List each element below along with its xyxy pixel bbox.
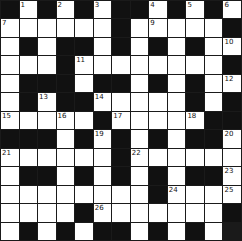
clue-number: 3 <box>95 1 99 9</box>
white-cell[interactable]: 21 <box>1 149 19 166</box>
clue-number: 8 <box>113 19 117 27</box>
white-cell[interactable]: 26 <box>94 204 112 221</box>
white-cell[interactable] <box>186 56 204 73</box>
white-cell[interactable] <box>186 186 204 203</box>
white-cell[interactable]: 24 <box>168 186 186 203</box>
white-cell[interactable] <box>149 112 167 129</box>
white-cell[interactable]: 19 <box>94 130 112 147</box>
white-cell[interactable] <box>186 19 204 36</box>
black-cell <box>38 75 56 92</box>
white-cell[interactable] <box>205 38 223 55</box>
white-cell[interactable] <box>131 223 149 240</box>
white-cell[interactable] <box>149 149 167 166</box>
clue-number: 25 <box>224 186 233 194</box>
black-cell <box>186 130 204 147</box>
white-cell[interactable] <box>75 223 93 240</box>
white-cell[interactable]: 15 <box>1 112 19 129</box>
white-cell[interactable]: 17 <box>112 112 130 129</box>
black-cell <box>186 93 204 110</box>
black-cell <box>57 75 75 92</box>
clue-number: 9 <box>150 19 154 27</box>
black-cell <box>94 112 112 129</box>
black-cell <box>38 130 56 147</box>
white-cell[interactable]: 2 <box>57 1 75 18</box>
clue-number: 16 <box>58 112 67 120</box>
white-cell[interactable] <box>20 149 38 166</box>
black-cell <box>223 19 241 36</box>
black-cell <box>57 56 75 73</box>
white-cell[interactable] <box>57 19 75 36</box>
black-cell <box>20 130 38 147</box>
black-cell <box>75 204 93 221</box>
white-cell[interactable] <box>94 149 112 166</box>
black-cell <box>205 167 223 184</box>
white-cell[interactable] <box>168 112 186 129</box>
white-cell[interactable] <box>75 186 93 203</box>
black-cell <box>205 1 223 18</box>
black-cell <box>205 130 223 147</box>
black-cell <box>38 167 56 184</box>
white-cell[interactable]: 7 <box>1 19 19 36</box>
black-cell <box>1 1 19 18</box>
white-cell[interactable] <box>131 38 149 55</box>
white-cell[interactable] <box>168 130 186 147</box>
white-cell[interactable] <box>205 149 223 166</box>
black-cell <box>20 38 38 55</box>
white-cell[interactable] <box>20 112 38 129</box>
black-cell <box>149 186 167 203</box>
black-cell <box>149 223 167 240</box>
white-cell[interactable] <box>94 56 112 73</box>
black-cell <box>57 93 75 110</box>
white-cell[interactable]: 25 <box>223 186 241 203</box>
black-cell <box>75 167 93 184</box>
white-cell[interactable] <box>94 186 112 203</box>
black-cell <box>149 75 167 92</box>
white-cell[interactable] <box>1 204 19 221</box>
white-cell[interactable] <box>149 56 167 73</box>
black-cell <box>205 112 223 129</box>
black-cell: 8 <box>112 19 130 36</box>
white-cell[interactable] <box>1 186 19 203</box>
white-cell[interactable] <box>38 112 56 129</box>
clue-number: 24 <box>169 186 178 194</box>
white-cell[interactable] <box>38 38 56 55</box>
white-cell[interactable] <box>186 149 204 166</box>
white-cell[interactable] <box>168 149 186 166</box>
black-cell <box>223 93 241 110</box>
white-cell[interactable] <box>168 75 186 92</box>
black-cell <box>75 1 93 18</box>
clue-number: 10 <box>224 38 233 46</box>
black-cell <box>112 75 130 92</box>
white-cell[interactable] <box>20 19 38 36</box>
clue-number: 13 <box>39 93 48 101</box>
black-cell <box>186 38 204 55</box>
clue-number: 4 <box>150 1 154 9</box>
white-cell[interactable] <box>20 56 38 73</box>
black-cell <box>75 130 93 147</box>
white-cell[interactable]: 22 <box>131 149 149 166</box>
white-cell[interactable] <box>38 19 56 36</box>
white-cell[interactable] <box>20 204 38 221</box>
white-cell[interactable]: 5 <box>186 1 204 18</box>
white-cell[interactable] <box>75 19 93 36</box>
clue-number: 18 <box>187 112 196 120</box>
white-cell[interactable]: 20 <box>223 130 241 147</box>
clue-number: 15 <box>2 112 11 120</box>
black-cell <box>186 75 204 92</box>
black-cell <box>186 223 204 240</box>
white-cell[interactable] <box>1 93 19 110</box>
white-cell[interactable]: 23 <box>223 167 241 184</box>
clue-number: 14 <box>95 93 104 101</box>
clue-number: 12 <box>224 75 233 83</box>
white-cell[interactable] <box>57 167 75 184</box>
crossword-board: 1234567891011121314151617181920212223242… <box>0 0 242 241</box>
white-cell[interactable] <box>131 75 149 92</box>
white-cell[interactable] <box>205 75 223 92</box>
white-cell[interactable] <box>112 56 130 73</box>
white-cell[interactable] <box>149 93 167 110</box>
black-cell <box>149 167 167 184</box>
black-cell <box>75 93 93 110</box>
white-cell[interactable] <box>168 38 186 55</box>
white-cell[interactable] <box>38 186 56 203</box>
white-cell[interactable] <box>131 186 149 203</box>
clue-number: 19 <box>95 130 104 138</box>
clue-number: 20 <box>224 130 233 138</box>
white-cell[interactable] <box>168 93 186 110</box>
white-cell[interactable] <box>57 149 75 166</box>
white-cell[interactable]: 16 <box>57 112 75 129</box>
white-cell[interactable] <box>38 204 56 221</box>
crossword-grid: 1234567891011121314151617181920212223242… <box>1 1 241 240</box>
white-cell[interactable]: 1 <box>20 1 38 18</box>
white-cell[interactable] <box>149 204 167 221</box>
white-cell[interactable] <box>186 204 204 221</box>
white-cell[interactable] <box>75 149 93 166</box>
white-cell[interactable] <box>112 93 130 110</box>
white-cell[interactable] <box>131 167 149 184</box>
white-cell[interactable]: 18 <box>186 112 204 129</box>
clue-number: 1 <box>21 1 25 9</box>
white-cell[interactable] <box>223 149 241 166</box>
white-cell[interactable] <box>1 56 19 73</box>
white-cell[interactable] <box>168 223 186 240</box>
white-cell[interactable] <box>38 223 56 240</box>
white-cell[interactable] <box>57 130 75 147</box>
white-cell[interactable] <box>205 93 223 110</box>
white-cell[interactable] <box>205 186 223 203</box>
black-cell <box>223 56 241 73</box>
black-cell <box>1 130 19 147</box>
black-cell <box>57 38 75 55</box>
white-cell[interactable] <box>94 19 112 36</box>
black-cell <box>112 167 130 184</box>
black-cell <box>20 75 38 92</box>
white-cell[interactable] <box>168 167 186 184</box>
white-cell[interactable] <box>38 56 56 73</box>
white-cell[interactable] <box>168 56 186 73</box>
black-cell <box>20 93 38 110</box>
clue-number: 21 <box>2 149 11 157</box>
black-cell <box>38 1 56 18</box>
white-cell[interactable] <box>75 75 93 92</box>
black-cell <box>112 130 130 147</box>
black-cell <box>112 149 130 166</box>
black-cell <box>20 167 38 184</box>
white-cell[interactable] <box>20 186 38 203</box>
clue-number: 11 <box>76 56 85 64</box>
black-cell <box>149 130 167 147</box>
black-cell <box>94 75 112 92</box>
white-cell[interactable] <box>131 112 149 129</box>
white-cell[interactable]: 10 <box>223 38 241 55</box>
white-cell[interactable] <box>1 223 19 240</box>
white-cell[interactable]: 13 <box>38 93 56 110</box>
white-cell[interactable] <box>205 223 223 240</box>
black-cell <box>223 112 241 129</box>
black-cell <box>112 38 130 55</box>
black-cell <box>75 38 93 55</box>
black-cell <box>57 223 75 240</box>
white-cell[interactable] <box>131 204 149 221</box>
white-cell[interactable] <box>1 167 19 184</box>
white-cell[interactable] <box>131 56 149 73</box>
white-cell[interactable]: 9 <box>149 19 167 36</box>
black-cell <box>223 204 241 221</box>
white-cell[interactable] <box>57 186 75 203</box>
white-cell[interactable]: 3 <box>94 1 112 18</box>
black-cell <box>131 1 149 18</box>
black-cell <box>168 1 186 18</box>
white-cell[interactable] <box>75 112 93 129</box>
white-cell[interactable] <box>1 38 19 55</box>
black-cell <box>149 38 167 55</box>
black-cell <box>112 223 130 240</box>
white-cell[interactable] <box>168 19 186 36</box>
white-cell[interactable] <box>205 19 223 36</box>
white-cell[interactable] <box>1 75 19 92</box>
white-cell[interactable] <box>112 186 130 203</box>
white-cell[interactable] <box>38 149 56 166</box>
white-cell[interactable]: 6 <box>223 1 241 18</box>
clue-number: 2 <box>58 1 62 9</box>
black-cell <box>20 223 38 240</box>
white-cell[interactable] <box>205 204 223 221</box>
white-cell[interactable] <box>131 130 149 147</box>
white-cell[interactable] <box>205 56 223 73</box>
white-cell[interactable] <box>94 38 112 55</box>
clue-number: 23 <box>224 167 233 175</box>
clue-number: 17 <box>113 112 122 120</box>
white-cell[interactable] <box>57 204 75 221</box>
clue-number: 26 <box>95 204 104 212</box>
white-cell[interactable] <box>131 93 149 110</box>
white-cell[interactable]: 14 <box>94 93 112 110</box>
black-cell <box>112 1 130 18</box>
white-cell[interactable]: 12 <box>223 75 241 92</box>
white-cell[interactable]: 4 <box>149 1 167 18</box>
black-cell <box>186 167 204 184</box>
clue-number: 22 <box>132 149 141 157</box>
black-cell <box>94 223 112 240</box>
white-cell[interactable] <box>94 167 112 184</box>
white-cell[interactable] <box>112 204 130 221</box>
clue-number: 7 <box>2 19 6 27</box>
white-cell[interactable] <box>131 19 149 36</box>
clue-number: 6 <box>224 1 228 9</box>
clue-number: 5 <box>187 1 191 9</box>
white-cell[interactable]: 11 <box>75 56 93 73</box>
white-cell[interactable] <box>168 204 186 221</box>
